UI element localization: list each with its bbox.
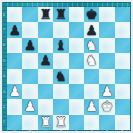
square-a7[interactable]: ♟ (7, 22, 22, 37)
square-b6[interactable]: ♟ (22, 38, 37, 53)
square-h2[interactable] (115, 99, 130, 114)
chessboard: ♜♜♚♟♟♟♝♞♟♞♞♟♟♟♟♚♜♜ (7, 7, 130, 130)
square-b1[interactable] (22, 115, 37, 130)
square-c3[interactable] (38, 84, 53, 99)
piece-black-pawn[interactable]: ♟ (86, 22, 98, 37)
square-d2[interactable] (53, 99, 68, 114)
square-e4[interactable] (69, 69, 84, 84)
rank-label-1: 1 (2, 115, 6, 130)
square-a6[interactable] (7, 38, 22, 53)
square-h8[interactable] (115, 7, 130, 22)
square-a3[interactable]: ♟ (7, 84, 22, 99)
rank-label-2: 2 (2, 99, 6, 114)
piece-white-rook[interactable]: ♜ (39, 114, 51, 129)
square-b2[interactable]: ♟ (22, 99, 37, 114)
piece-white-king[interactable]: ♚ (101, 99, 113, 114)
square-d1[interactable]: ♜ (53, 115, 68, 130)
rank-label-7: 7 (2, 22, 6, 37)
rank-label-5: 5 (2, 53, 6, 68)
square-a1[interactable] (7, 115, 22, 130)
square-e5[interactable] (69, 53, 84, 68)
square-g4[interactable] (99, 69, 114, 84)
square-e2[interactable] (69, 99, 84, 114)
piece-black-pawn[interactable]: ♟ (24, 37, 36, 52)
square-g3[interactable]: ♟ (99, 84, 114, 99)
piece-white-pawn[interactable]: ♟ (86, 99, 98, 114)
square-c5[interactable]: ♟ (38, 53, 53, 68)
square-g1[interactable] (99, 115, 114, 130)
square-b4[interactable] (22, 69, 37, 84)
square-f1[interactable] (84, 115, 99, 130)
square-h6[interactable] (115, 38, 130, 53)
square-g5[interactable] (99, 53, 114, 68)
square-c7[interactable] (38, 22, 53, 37)
square-g7[interactable] (99, 22, 114, 37)
square-h5[interactable] (115, 53, 130, 68)
square-b5[interactable] (22, 53, 37, 68)
rank-label-6: 6 (2, 38, 6, 53)
piece-white-pawn[interactable]: ♟ (24, 99, 36, 114)
square-e1[interactable] (69, 115, 84, 130)
piece-black-rook[interactable]: ♜ (55, 7, 67, 22)
square-b8[interactable] (22, 7, 37, 22)
square-d4[interactable]: ♞ (53, 69, 68, 84)
square-g6[interactable] (99, 38, 114, 53)
piece-black-pawn[interactable]: ♟ (39, 53, 51, 68)
piece-white-rook[interactable]: ♜ (55, 114, 67, 129)
square-c1[interactable]: ♜ (38, 115, 53, 130)
square-h4[interactable] (115, 69, 130, 84)
square-f3[interactable] (84, 84, 99, 99)
square-g2[interactable]: ♚ (99, 99, 114, 114)
piece-black-king[interactable]: ♚ (86, 7, 98, 22)
piece-black-bishop[interactable]: ♝ (55, 37, 67, 52)
square-f6[interactable]: ♞ (84, 38, 99, 53)
square-f2[interactable]: ♟ (84, 99, 99, 114)
square-c6[interactable] (38, 38, 53, 53)
square-d3[interactable] (53, 84, 68, 99)
square-a2[interactable] (7, 99, 22, 114)
square-d6[interactable]: ♝ (53, 38, 68, 53)
square-f7[interactable]: ♟ (84, 22, 99, 37)
rank-label-8: 8 (2, 7, 6, 22)
piece-black-pawn[interactable]: ♟ (9, 22, 21, 37)
square-d5[interactable] (53, 53, 68, 68)
square-h7[interactable] (115, 22, 130, 37)
square-f8[interactable]: ♚ (84, 7, 99, 22)
square-h1[interactable] (115, 115, 130, 130)
rank-label-3: 3 (2, 84, 6, 99)
square-a8[interactable] (7, 7, 22, 22)
square-c2[interactable] (38, 99, 53, 114)
square-b7[interactable] (22, 22, 37, 37)
square-f5[interactable]: ♞ (84, 53, 99, 68)
square-h3[interactable] (115, 84, 130, 99)
square-a4[interactable] (7, 69, 22, 84)
piece-white-knight[interactable]: ♞ (86, 53, 98, 68)
piece-black-rook[interactable]: ♜ (39, 7, 51, 22)
square-g8[interactable] (99, 7, 114, 22)
square-e7[interactable] (69, 22, 84, 37)
square-e6[interactable] (69, 38, 84, 53)
piece-white-pawn[interactable]: ♟ (9, 84, 21, 99)
square-c8[interactable]: ♜ (38, 7, 53, 22)
square-d8[interactable]: ♜ (53, 7, 68, 22)
square-e8[interactable] (69, 7, 84, 22)
piece-white-pawn[interactable]: ♟ (101, 84, 113, 99)
square-b3[interactable] (22, 84, 37, 99)
piece-black-knight[interactable]: ♞ (55, 68, 67, 83)
rank-label-4: 4 (2, 69, 6, 84)
piece-white-knight[interactable]: ♞ (86, 37, 98, 52)
rank-labels: 87654321 (2, 7, 6, 130)
chess-diagram: 87654321 abcdefgh ♜♜♚♟♟♟♝♞♟♞♞♟♟♟♟♚♜♜ (0, 0, 133, 133)
square-f4[interactable] (84, 69, 99, 84)
square-e3[interactable] (69, 84, 84, 99)
square-c4[interactable] (38, 69, 53, 84)
chessboard-frame: 87654321 abcdefgh ♜♜♚♟♟♟♝♞♟♞♞♟♟♟♟♚♜♜ (2, 2, 131, 131)
square-a5[interactable] (7, 53, 22, 68)
square-d7[interactable] (53, 22, 68, 37)
